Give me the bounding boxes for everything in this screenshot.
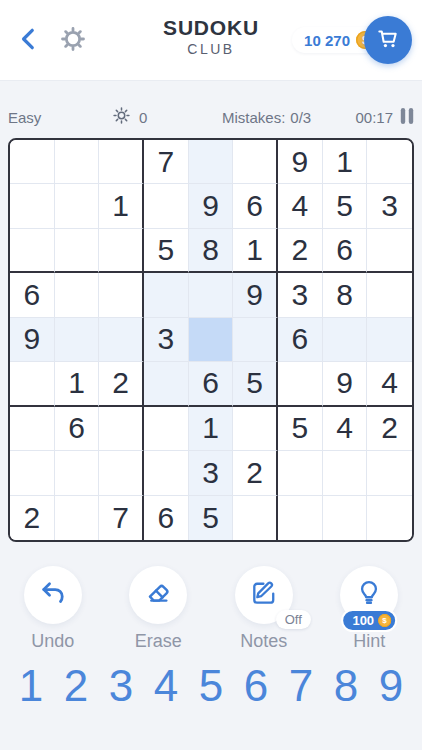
cell-r5c2[interactable] xyxy=(55,318,100,362)
cell-r8c5[interactable]: 3 xyxy=(189,451,234,495)
cell-r4c4[interactable] xyxy=(144,273,189,317)
cell-r5c6[interactable] xyxy=(233,318,278,362)
cell-r8c8[interactable] xyxy=(323,451,368,495)
status-bar: Easy 0 Mistakes: 0/3 00:17 xyxy=(8,104,414,130)
coin-amount: 10 270 xyxy=(304,32,350,49)
cell-r7c6[interactable] xyxy=(233,407,278,451)
notes-state-badge: Off xyxy=(276,610,311,629)
cell-r2c6[interactable]: 6 xyxy=(233,184,278,228)
numpad-key-7[interactable]: 7 xyxy=(282,658,320,714)
cell-r7c8[interactable]: 4 xyxy=(323,407,368,451)
erase-label: Erase xyxy=(135,631,182,652)
timer-value: 00:17 xyxy=(355,109,393,126)
cell-r3c6[interactable]: 1 xyxy=(233,229,278,273)
cell-r9c2[interactable] xyxy=(55,496,100,540)
cell-r1c6[interactable] xyxy=(233,140,278,184)
score-value: 0 xyxy=(139,109,147,126)
numpad-key-8[interactable]: 8 xyxy=(327,658,365,714)
cell-r4c7[interactable]: 3 xyxy=(278,273,323,317)
settings-button[interactable] xyxy=(56,24,90,58)
cell-r5c1[interactable]: 9 xyxy=(10,318,55,362)
cell-r8c1[interactable] xyxy=(10,451,55,495)
numpad-key-9[interactable]: 9 xyxy=(372,658,410,714)
difficulty-label: Easy xyxy=(8,104,41,130)
cell-r6c6[interactable]: 5 xyxy=(233,362,278,406)
cell-r8c9[interactable] xyxy=(367,451,412,495)
shop-button[interactable] xyxy=(364,16,412,64)
cell-r3c1[interactable] xyxy=(10,229,55,273)
cell-r3c4[interactable]: 5 xyxy=(144,229,189,273)
cell-r7c1[interactable] xyxy=(10,407,55,451)
cell-r5c4[interactable]: 3 xyxy=(144,318,189,362)
numpad-key-3[interactable]: 3 xyxy=(102,658,140,714)
cell-r4c8[interactable]: 8 xyxy=(323,273,368,317)
numpad-key-5[interactable]: 5 xyxy=(192,658,230,714)
pause-button[interactable] xyxy=(400,107,414,128)
cell-r3c8[interactable]: 6 xyxy=(323,229,368,273)
cell-r1c2[interactable] xyxy=(55,140,100,184)
sudoku-board: 79119645358126693893612659461542322765 xyxy=(8,138,414,542)
cell-r2c5[interactable]: 9 xyxy=(189,184,234,228)
undo-button[interactable]: Undo xyxy=(0,566,106,652)
cell-r9c5[interactable]: 5 xyxy=(189,496,234,540)
cell-r6c1[interactable] xyxy=(10,362,55,406)
cell-r3c3[interactable] xyxy=(99,229,144,273)
cell-r2c2[interactable] xyxy=(55,184,100,228)
cell-r7c3[interactable] xyxy=(99,407,144,451)
cell-r4c9[interactable] xyxy=(367,273,412,317)
hint-button[interactable]: 100 $ Hint xyxy=(317,566,422,652)
shopping-cart-icon xyxy=(375,25,401,55)
toolbar: Undo Erase Off Notes xyxy=(0,566,422,652)
cell-r1c8[interactable]: 1 xyxy=(323,140,368,184)
cell-r1c4[interactable]: 7 xyxy=(144,140,189,184)
cell-r5c3[interactable] xyxy=(99,318,144,362)
cell-r4c6[interactable]: 9 xyxy=(233,273,278,317)
cell-r8c4[interactable] xyxy=(144,451,189,495)
back-button[interactable] xyxy=(14,26,44,56)
cell-r3c9[interactable] xyxy=(367,229,412,273)
eraser-icon xyxy=(143,578,173,612)
notes-button[interactable]: Off Notes xyxy=(211,566,317,652)
cell-r4c1[interactable]: 6 xyxy=(10,273,55,317)
mistakes-label: Mistakes: xyxy=(222,109,285,126)
cell-r5c9[interactable] xyxy=(367,318,412,362)
cell-r4c5[interactable] xyxy=(189,273,234,317)
undo-label: Undo xyxy=(31,631,74,652)
numpad-key-6[interactable]: 6 xyxy=(237,658,275,714)
hint-label: Hint xyxy=(353,631,385,652)
cell-r6c7[interactable] xyxy=(278,362,323,406)
cell-r4c2[interactable] xyxy=(55,273,100,317)
cell-r9c7[interactable] xyxy=(278,496,323,540)
cell-r2c9[interactable]: 3 xyxy=(367,184,412,228)
cell-r8c7[interactable] xyxy=(278,451,323,495)
cell-r2c8[interactable]: 5 xyxy=(323,184,368,228)
cell-r3c7[interactable]: 2 xyxy=(278,229,323,273)
hint-cost-value: 100 xyxy=(352,613,374,628)
cell-r2c3[interactable]: 1 xyxy=(99,184,144,228)
chevron-left-icon xyxy=(16,26,42,56)
timer-block: 00:17 xyxy=(355,104,414,130)
cell-r3c5[interactable]: 8 xyxy=(189,229,234,273)
cell-r5c5[interactable] xyxy=(189,318,234,362)
notes-label: Notes xyxy=(240,631,287,652)
hint-cost-badge: 100 $ xyxy=(341,609,397,632)
cell-r6c4[interactable] xyxy=(144,362,189,406)
cell-r7c5[interactable]: 1 xyxy=(189,407,234,451)
sun-icon xyxy=(112,106,131,128)
cell-r5c7[interactable]: 6 xyxy=(278,318,323,362)
undo-arrow-icon xyxy=(38,578,68,612)
cell-r7c4[interactable] xyxy=(144,407,189,451)
cell-r9c6[interactable] xyxy=(233,496,278,540)
cell-r9c3[interactable]: 7 xyxy=(99,496,144,540)
cell-r1c9[interactable] xyxy=(367,140,412,184)
cell-r6c3[interactable]: 2 xyxy=(99,362,144,406)
cell-r6c8[interactable]: 9 xyxy=(323,362,368,406)
erase-button[interactable]: Erase xyxy=(106,566,212,652)
cell-r5c8[interactable] xyxy=(323,318,368,362)
pencil-square-icon xyxy=(249,578,279,612)
score-indicator: 0 xyxy=(112,104,147,130)
cell-r7c9[interactable]: 2 xyxy=(367,407,412,451)
cell-r1c3[interactable] xyxy=(99,140,144,184)
mistakes-value: 0/3 xyxy=(290,109,311,126)
numpad-key-2[interactable]: 2 xyxy=(57,658,95,714)
cell-r8c2[interactable] xyxy=(55,451,100,495)
gear-icon xyxy=(58,24,88,58)
cell-r8c6[interactable]: 2 xyxy=(233,451,278,495)
cell-r6c2[interactable]: 1 xyxy=(55,362,100,406)
cell-r1c5[interactable] xyxy=(189,140,234,184)
pause-icon xyxy=(400,107,414,128)
header: SUDOKU CLUB 10 270 $ xyxy=(0,0,422,81)
numpad: 123456789 xyxy=(0,658,422,714)
dollar-coin-icon: $ xyxy=(378,614,391,627)
cell-r9c9[interactable] xyxy=(367,496,412,540)
cell-r3c2[interactable] xyxy=(55,229,100,273)
cell-r6c5[interactable]: 6 xyxy=(189,362,234,406)
cell-r9c4[interactable]: 6 xyxy=(144,496,189,540)
cell-r8c3[interactable] xyxy=(99,451,144,495)
cell-r1c7[interactable]: 9 xyxy=(278,140,323,184)
cell-r1c1[interactable] xyxy=(10,140,55,184)
cell-r2c4[interactable] xyxy=(144,184,189,228)
lightbulb-icon xyxy=(354,578,384,612)
numpad-key-4[interactable]: 4 xyxy=(147,658,185,714)
cell-r7c2[interactable]: 6 xyxy=(55,407,100,451)
cell-r2c1[interactable] xyxy=(10,184,55,228)
cell-r2c7[interactable]: 4 xyxy=(278,184,323,228)
cell-r9c8[interactable] xyxy=(323,496,368,540)
numpad-key-1[interactable]: 1 xyxy=(12,658,50,714)
cell-r6c9[interactable]: 4 xyxy=(367,362,412,406)
mistakes-indicator: Mistakes: 0/3 xyxy=(222,104,311,130)
cell-r9c1[interactable]: 2 xyxy=(10,496,55,540)
cell-r7c7[interactable]: 5 xyxy=(278,407,323,451)
wallet: 10 270 $ xyxy=(292,0,422,80)
cell-r4c3[interactable] xyxy=(99,273,144,317)
